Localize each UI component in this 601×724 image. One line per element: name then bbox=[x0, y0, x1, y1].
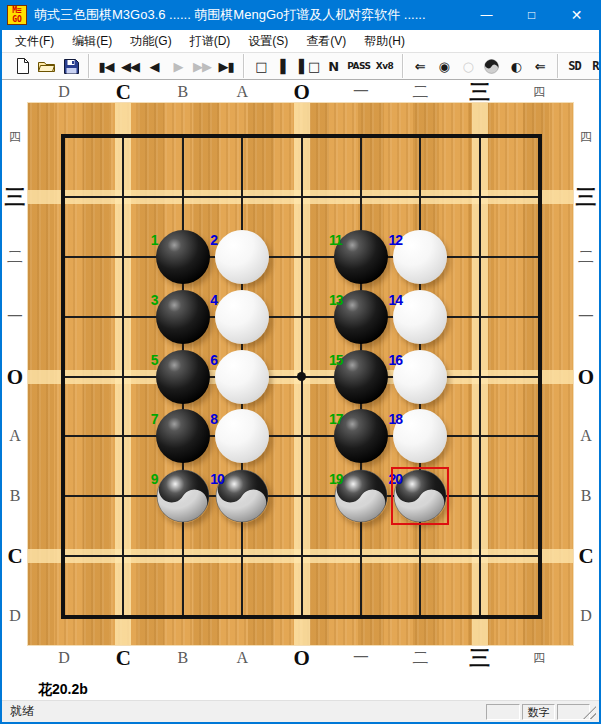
coord-left-二: 二 bbox=[7, 246, 23, 267]
coord-bottom-B: B bbox=[177, 649, 188, 667]
coord-right-A: A bbox=[580, 427, 592, 445]
go-board[interactable]: 1234567891011121314151617181920 bbox=[28, 103, 573, 645]
stone-white-select-button[interactable]: ○ bbox=[456, 55, 480, 77]
window-controls: — □ ✕ bbox=[464, 0, 599, 30]
open-file-button[interactable] bbox=[35, 55, 59, 77]
coord-left-C: C bbox=[7, 544, 22, 569]
pass-button[interactable]: PASS bbox=[345, 55, 372, 77]
coord-bottom-A: A bbox=[236, 649, 248, 667]
coord-left-O: O bbox=[7, 364, 23, 389]
stone-half-select-button[interactable]: ◐ bbox=[504, 55, 528, 77]
btn-sd-button[interactable]: SD bbox=[563, 55, 587, 77]
move-number-7: 7 bbox=[151, 411, 158, 427]
coord-right-B: B bbox=[581, 487, 592, 505]
coord-right-四: 四 bbox=[580, 129, 592, 146]
stone-black-11[interactable]: 11 bbox=[334, 230, 388, 284]
stone-black-3[interactable]: 3 bbox=[156, 290, 210, 344]
save-file-button[interactable] bbox=[59, 55, 83, 77]
stone-taiji-select-button[interactable] bbox=[480, 55, 504, 77]
coord-left-B: B bbox=[10, 487, 21, 505]
menu-bar: 文件(F)编辑(E)功能(G)打谱(D)设置(S)查看(V)帮助(H) bbox=[2, 30, 599, 52]
stone-black-15[interactable]: 15 bbox=[334, 350, 388, 404]
coord-top-一: 一 bbox=[353, 82, 369, 103]
stone-taiji-19[interactable]: 19 bbox=[334, 469, 388, 523]
coord-top-四: 四 bbox=[533, 84, 545, 101]
nav-last-button[interactable]: ▶▮ bbox=[214, 55, 238, 77]
stone-white-2[interactable]: 2 bbox=[215, 230, 269, 284]
stone-taiji-10[interactable]: 10 bbox=[215, 469, 269, 523]
stone-white-14[interactable]: 14 bbox=[393, 290, 447, 344]
stone-black-1[interactable]: 1 bbox=[156, 230, 210, 284]
coord-top-二: 二 bbox=[412, 82, 428, 103]
xv8-button[interactable]: Xv8 bbox=[373, 55, 397, 77]
maximize-button[interactable]: □ bbox=[509, 0, 554, 30]
close-button[interactable]: ✕ bbox=[554, 0, 599, 30]
stone-taiji-9[interactable]: 9 bbox=[156, 469, 210, 523]
toolbar-group-1 bbox=[6, 54, 89, 78]
stone-white-6[interactable]: 6 bbox=[215, 350, 269, 404]
menu-item-function[interactable]: 功能(G) bbox=[121, 30, 180, 52]
toolbar: ▮◀◀◀◀▶▶▶▶▮□▌▌□NPASSXv8⇐◉○◐⇐SDRJQJⒽ bbox=[2, 52, 599, 80]
move-number-9: 9 bbox=[151, 471, 158, 487]
status-panel-numeric-mode: 数字 bbox=[522, 704, 555, 720]
coord-left-一: 一 bbox=[7, 306, 23, 327]
status-ready-text: 就绪 bbox=[10, 701, 34, 723]
stone-black-13[interactable]: 13 bbox=[334, 290, 388, 344]
mode-n-button[interactable]: N bbox=[321, 55, 345, 77]
app-icon: M≡GO bbox=[7, 5, 27, 25]
nav-prev-button[interactable]: ◀ bbox=[142, 55, 166, 77]
coord-bottom-D: D bbox=[58, 649, 70, 667]
move-number-3: 3 bbox=[151, 292, 158, 308]
coord-right-D: D bbox=[580, 607, 592, 625]
status-bar: 就绪 数字 bbox=[2, 700, 599, 722]
coord-right-二: 二 bbox=[578, 246, 594, 267]
coord-bottom-C: C bbox=[116, 646, 131, 671]
coord-top-C: C bbox=[116, 80, 131, 105]
stone-black-5[interactable]: 5 bbox=[156, 350, 210, 404]
coord-top-B: B bbox=[177, 83, 188, 101]
coord-right-O: O bbox=[578, 364, 594, 389]
coord-left-三: 三 bbox=[5, 183, 26, 211]
move-number-12: 12 bbox=[388, 232, 402, 248]
coord-top-A: A bbox=[236, 83, 248, 101]
move-number-11: 11 bbox=[329, 232, 342, 248]
toolbar-group-4: ⇐◉○◐⇐ bbox=[403, 54, 558, 78]
window-title: 萌式三色围棋M3Go3.6 ...... 萌围棋MengGo打谱及人机对弈软件 … bbox=[34, 0, 426, 30]
nav-fastforward-button: ▶▶ bbox=[190, 55, 214, 77]
status-panel-1 bbox=[486, 704, 520, 720]
toolbar-group-3: □▌▌□NPASSXv8 bbox=[244, 54, 403, 78]
coord-top-三: 三 bbox=[469, 78, 490, 106]
menu-item-edit[interactable]: 编辑(E) bbox=[63, 30, 121, 52]
move-number-18: 18 bbox=[388, 411, 402, 427]
move-number-1: 1 bbox=[151, 232, 158, 248]
nav-rewind-button[interactable]: ◀◀ bbox=[118, 55, 142, 77]
menu-item-settings[interactable]: 设置(S) bbox=[239, 30, 297, 52]
stone-black-select-button[interactable]: ◉ bbox=[432, 55, 456, 77]
coord-bottom-三: 三 bbox=[469, 644, 490, 672]
move-number-2: 2 bbox=[210, 232, 217, 248]
titlebar[interactable]: M≡GO 萌式三色围棋M3Go3.6 ...... 萌围棋MengGo打谱及人机… bbox=[0, 0, 601, 30]
coord-left-A: A bbox=[9, 427, 21, 445]
move-number-5: 5 bbox=[151, 352, 158, 368]
mode-bar-button[interactable]: ▌ bbox=[273, 55, 297, 77]
last-move-marker bbox=[391, 467, 449, 525]
mode-bar-square-button[interactable]: ▌□ bbox=[297, 55, 321, 77]
coord-top-O: O bbox=[293, 80, 309, 105]
move-number-8: 8 bbox=[210, 411, 217, 427]
arrow-back-2-button[interactable]: ⇐ bbox=[528, 55, 552, 77]
new-file-button[interactable] bbox=[11, 55, 35, 77]
stone-black-7[interactable]: 7 bbox=[156, 409, 210, 463]
minimize-button[interactable]: — bbox=[464, 0, 509, 30]
menu-item-kifu[interactable]: 打谱(D) bbox=[181, 30, 240, 52]
coord-right-C: C bbox=[578, 544, 593, 569]
menu-item-file[interactable]: 文件(F) bbox=[6, 30, 63, 52]
menu-item-view[interactable]: 查看(V) bbox=[297, 30, 355, 52]
coord-bottom-一: 一 bbox=[353, 648, 369, 669]
coord-bottom-二: 二 bbox=[412, 648, 428, 669]
move-number-17: 17 bbox=[329, 411, 343, 427]
move-number-6: 6 bbox=[210, 352, 217, 368]
stone-white-16[interactable]: 16 bbox=[393, 350, 447, 404]
stone-black-17[interactable]: 17 bbox=[334, 409, 388, 463]
move-number-19: 19 bbox=[329, 471, 343, 487]
coord-top-D: D bbox=[58, 83, 70, 101]
nav-play-button: ▶ bbox=[166, 55, 190, 77]
coord-bottom-O: O bbox=[293, 646, 309, 671]
nav-first-button[interactable]: ▮◀ bbox=[94, 55, 118, 77]
arrow-back-1-button[interactable]: ⇐ bbox=[408, 55, 432, 77]
move-number-4: 4 bbox=[210, 292, 217, 308]
coord-left-四: 四 bbox=[9, 129, 21, 146]
toolbar-group-2: ▮◀◀◀◀▶▶▶▶▮ bbox=[89, 54, 244, 78]
move-number-16: 16 bbox=[388, 352, 402, 368]
move-number-13: 13 bbox=[329, 292, 343, 308]
coord-left-D: D bbox=[9, 607, 21, 625]
menu-item-help[interactable]: 帮助(H) bbox=[355, 30, 414, 52]
move-number-15: 15 bbox=[329, 352, 343, 368]
window-border-left bbox=[0, 30, 2, 722]
coord-right-一: 一 bbox=[578, 306, 594, 327]
stone-white-4[interactable]: 4 bbox=[215, 290, 269, 344]
move-number-14: 14 bbox=[388, 292, 402, 308]
mode-square-button[interactable]: □ bbox=[249, 55, 273, 77]
move-number-10: 10 bbox=[210, 471, 224, 487]
coord-bottom-四: 四 bbox=[533, 650, 545, 667]
app-window: { "game": "萌式三色围棋 (Meng-style three-colo… bbox=[0, 0, 601, 724]
move-label: 花20.2b bbox=[38, 681, 88, 699]
coord-right-三: 三 bbox=[576, 183, 597, 211]
btn-rj-button[interactable]: RJ bbox=[587, 55, 599, 77]
stone-white-12[interactable]: 12 bbox=[393, 230, 447, 284]
toolbar-group-5: SDRJQJⒽ bbox=[558, 54, 599, 78]
